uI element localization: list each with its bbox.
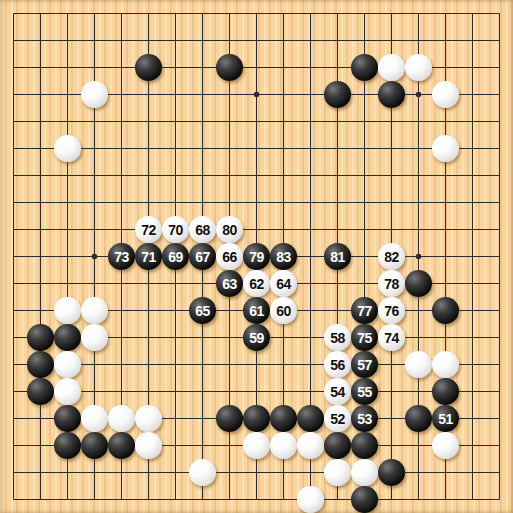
stone-black [135,54,162,81]
move-number-label: 79 [249,250,264,264]
stone-white [405,351,432,378]
stone-black: 55 [351,378,378,405]
stone-white: 70 [162,216,189,243]
stone-white: 52 [324,405,351,432]
move-number-label: 57 [357,358,372,372]
move-number-label: 66 [222,250,237,264]
stone-white [297,486,324,513]
stone-black [81,432,108,459]
move-number-label: 75 [357,331,372,345]
move-number-label: 58 [330,331,345,345]
move-number-label: 70 [168,223,183,237]
move-number-label: 63 [222,277,237,291]
stone-black [351,54,378,81]
move-number-label: 68 [195,223,210,237]
move-number-label: 77 [357,304,372,318]
move-number-label: 69 [168,250,183,264]
stone-black: 71 [135,243,162,270]
move-number-label: 72 [141,223,156,237]
stone-black: 69 [162,243,189,270]
stone-white [108,405,135,432]
stone-white [81,297,108,324]
move-number-label: 62 [249,277,264,291]
stone-white [432,81,459,108]
stone-white [135,405,162,432]
stone-black [405,270,432,297]
stone-white: 80 [216,216,243,243]
stone-black [54,432,81,459]
move-number-label: 73 [114,250,129,264]
stone-black: 81 [324,243,351,270]
stone-black [297,405,324,432]
stone-black [27,351,54,378]
move-number-label: 54 [330,385,345,399]
stone-white: 64 [270,270,297,297]
stone-white [432,351,459,378]
stone-white: 66 [216,243,243,270]
stone-white [189,459,216,486]
stone-white [378,54,405,81]
stone-white [54,135,81,162]
stone-white [243,432,270,459]
stone-black [27,324,54,351]
stone-white: 56 [324,351,351,378]
move-number-label: 61 [249,304,264,318]
stone-white [81,405,108,432]
move-number-label: 52 [330,412,345,426]
move-number-label: 80 [222,223,237,237]
stone-white [54,297,81,324]
stone-white [297,432,324,459]
stone-black: 57 [351,351,378,378]
stone-black [324,432,351,459]
stone-black: 61 [243,297,270,324]
stone-black [243,405,270,432]
stone-white: 76 [378,297,405,324]
stone-black [54,405,81,432]
move-number-label: 74 [384,331,399,345]
stone-white: 72 [135,216,162,243]
stone-black [351,432,378,459]
stone-white [351,459,378,486]
stone-black [432,297,459,324]
stone-black [378,81,405,108]
stone-black [27,378,54,405]
stone-white: 78 [378,270,405,297]
stone-white: 74 [378,324,405,351]
stone-white [432,432,459,459]
stone-black: 73 [108,243,135,270]
stone-black: 75 [351,324,378,351]
stone-white [324,459,351,486]
move-number-label: 78 [384,277,399,291]
stone-white [81,324,108,351]
stone-black: 59 [243,324,270,351]
move-number-label: 71 [141,250,156,264]
stone-white [54,351,81,378]
move-number-label: 83 [276,250,291,264]
stone-black: 79 [243,243,270,270]
stone-white: 60 [270,297,297,324]
stone-black [216,54,243,81]
stones-grid: 7270688073716967667983818263626478656160… [0,0,513,513]
stone-white: 62 [243,270,270,297]
move-number-label: 55 [357,385,372,399]
stone-white [135,432,162,459]
stone-black: 65 [189,297,216,324]
stone-white [432,135,459,162]
stone-white [405,54,432,81]
move-number-label: 65 [195,304,210,318]
move-number-label: 82 [384,250,399,264]
stone-black [54,324,81,351]
stone-white: 82 [378,243,405,270]
stone-white: 54 [324,378,351,405]
stone-white [81,81,108,108]
go-board: 7270688073716967667983818263626478656160… [0,0,513,513]
stone-black [351,486,378,513]
stone-black [378,459,405,486]
stone-black: 67 [189,243,216,270]
stone-black [216,405,243,432]
move-number-label: 67 [195,250,210,264]
stone-black: 63 [216,270,243,297]
stone-black [405,405,432,432]
move-number-label: 60 [276,304,291,318]
stone-black [270,405,297,432]
stone-white [270,432,297,459]
move-number-label: 64 [276,277,291,291]
move-number-label: 81 [330,250,345,264]
move-number-label: 76 [384,304,399,318]
stone-white: 58 [324,324,351,351]
stone-white: 68 [189,216,216,243]
move-number-label: 59 [249,331,264,345]
stone-black [432,378,459,405]
stone-black [324,81,351,108]
stone-black: 53 [351,405,378,432]
stone-black: 83 [270,243,297,270]
stone-black [108,432,135,459]
move-number-label: 51 [438,412,453,426]
move-number-label: 56 [330,358,345,372]
stone-white [54,378,81,405]
stone-black: 77 [351,297,378,324]
move-number-label: 53 [357,412,372,426]
stone-black: 51 [432,405,459,432]
